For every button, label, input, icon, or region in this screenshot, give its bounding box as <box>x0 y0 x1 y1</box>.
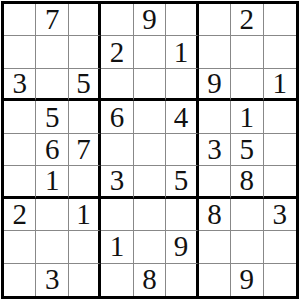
cell-r6c5-empty[interactable] <box>134 166 166 198</box>
cell-r5c7-given-3[interactable]: 3 <box>199 134 231 166</box>
cell-r3c8-empty[interactable] <box>231 69 263 101</box>
cell-r8c7-empty[interactable] <box>199 231 231 263</box>
cell-r4c2-given-5[interactable]: 5 <box>36 101 68 133</box>
cell-r2c8-empty[interactable] <box>231 36 263 68</box>
cell-r9c9-empty[interactable] <box>264 264 296 296</box>
cell-r8c9-empty[interactable] <box>264 231 296 263</box>
cell-r5c1-empty[interactable] <box>4 134 36 166</box>
cell-r2c2-empty[interactable] <box>36 36 68 68</box>
cell-r3c4-empty[interactable] <box>101 69 133 101</box>
cell-r6c6-given-5[interactable]: 5 <box>166 166 198 198</box>
cell-r7c5-empty[interactable] <box>134 199 166 231</box>
cell-r4c7-empty[interactable] <box>199 101 231 133</box>
cell-r9c2-given-3[interactable]: 3 <box>36 264 68 296</box>
cell-r3c6-empty[interactable] <box>166 69 198 101</box>
cell-r3c2-empty[interactable] <box>36 69 68 101</box>
cell-r2c5-empty[interactable] <box>134 36 166 68</box>
cell-r7c8-empty[interactable] <box>231 199 263 231</box>
cell-r8c1-empty[interactable] <box>4 231 36 263</box>
cell-r2c6-given-1[interactable]: 1 <box>166 36 198 68</box>
cell-r7c3-given-1[interactable]: 1 <box>69 199 101 231</box>
sudoku-board: 792213591564167351358218319389 <box>1 1 299 299</box>
cell-r1c8-given-2[interactable]: 2 <box>231 4 263 36</box>
cell-r4c4-given-6[interactable]: 6 <box>101 101 133 133</box>
cell-r9c8-given-9[interactable]: 9 <box>231 264 263 296</box>
cell-r9c1-empty[interactable] <box>4 264 36 296</box>
cell-r3c3-given-5[interactable]: 5 <box>69 69 101 101</box>
cell-r6c9-empty[interactable] <box>264 166 296 198</box>
cell-r6c3-empty[interactable] <box>69 166 101 198</box>
cell-r1c5-given-9[interactable]: 9 <box>134 4 166 36</box>
cell-r1c4-empty[interactable] <box>101 4 133 36</box>
cell-r4c3-empty[interactable] <box>69 101 101 133</box>
cell-r9c3-empty[interactable] <box>69 264 101 296</box>
cell-r7c9-given-3[interactable]: 3 <box>264 199 296 231</box>
cell-r9c4-empty[interactable] <box>101 264 133 296</box>
cell-r1c3-empty[interactable] <box>69 4 101 36</box>
cell-r5c4-empty[interactable] <box>101 134 133 166</box>
cell-r4c8-given-1[interactable]: 1 <box>231 101 263 133</box>
cell-r1c6-empty[interactable] <box>166 4 198 36</box>
cell-r6c4-given-3[interactable]: 3 <box>101 166 133 198</box>
cell-r3c1-given-3[interactable]: 3 <box>4 69 36 101</box>
cell-r6c1-empty[interactable] <box>4 166 36 198</box>
cell-r8c8-empty[interactable] <box>231 231 263 263</box>
cell-r1c1-empty[interactable] <box>4 4 36 36</box>
cell-r6c7-empty[interactable] <box>199 166 231 198</box>
cell-r2c9-empty[interactable] <box>264 36 296 68</box>
cell-r7c4-empty[interactable] <box>101 199 133 231</box>
cell-r3c9-given-1[interactable]: 1 <box>264 69 296 101</box>
cell-r4c1-empty[interactable] <box>4 101 36 133</box>
cell-r5c8-given-5[interactable]: 5 <box>231 134 263 166</box>
cell-r8c2-empty[interactable] <box>36 231 68 263</box>
cell-r4c6-given-4[interactable]: 4 <box>166 101 198 133</box>
cell-r6c2-given-1[interactable]: 1 <box>36 166 68 198</box>
cell-r8c4-given-1[interactable]: 1 <box>101 231 133 263</box>
cell-r7c2-empty[interactable] <box>36 199 68 231</box>
cell-r4c9-empty[interactable] <box>264 101 296 133</box>
cell-r3c7-given-9[interactable]: 9 <box>199 69 231 101</box>
cell-r7c1-given-2[interactable]: 2 <box>4 199 36 231</box>
cell-r6c8-given-8[interactable]: 8 <box>231 166 263 198</box>
cell-r9c7-empty[interactable] <box>199 264 231 296</box>
cell-r5c6-empty[interactable] <box>166 134 198 166</box>
cell-r5c2-given-6[interactable]: 6 <box>36 134 68 166</box>
cell-r7c7-given-8[interactable]: 8 <box>199 199 231 231</box>
cell-r2c4-given-2[interactable]: 2 <box>101 36 133 68</box>
cell-r1c2-given-7[interactable]: 7 <box>36 4 68 36</box>
cell-r1c9-empty[interactable] <box>264 4 296 36</box>
cell-r5c9-empty[interactable] <box>264 134 296 166</box>
cell-r7c6-empty[interactable] <box>166 199 198 231</box>
cell-r9c6-empty[interactable] <box>166 264 198 296</box>
cell-r8c6-given-9[interactable]: 9 <box>166 231 198 263</box>
cell-r5c5-empty[interactable] <box>134 134 166 166</box>
cell-r2c7-empty[interactable] <box>199 36 231 68</box>
cell-r1c7-empty[interactable] <box>199 4 231 36</box>
cell-r5c3-given-7[interactable]: 7 <box>69 134 101 166</box>
cell-r9c5-given-8[interactable]: 8 <box>134 264 166 296</box>
cell-r8c5-empty[interactable] <box>134 231 166 263</box>
cell-r2c3-empty[interactable] <box>69 36 101 68</box>
cell-r2c1-empty[interactable] <box>4 36 36 68</box>
cell-r8c3-empty[interactable] <box>69 231 101 263</box>
cell-r3c5-empty[interactable] <box>134 69 166 101</box>
cell-r4c5-empty[interactable] <box>134 101 166 133</box>
